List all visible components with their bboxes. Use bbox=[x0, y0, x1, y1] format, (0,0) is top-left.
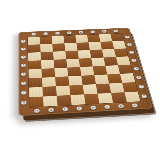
file-label-cell-bottom-d: D bbox=[86, 104, 101, 113]
file-label-disc-bottom-f: F bbox=[62, 107, 68, 111]
rank-label-cell-left-8: 8 bbox=[19, 97, 30, 108]
file-label-cell-bottom-a: A bbox=[127, 102, 143, 111]
file-label-cell-top-d: D bbox=[75, 30, 88, 36]
board-squares bbox=[28, 34, 141, 108]
rank-label-disc-right-8: 8 bbox=[141, 94, 147, 98]
file-label-disc-top-b: B bbox=[101, 30, 106, 33]
rank-label-disc-right-7: 7 bbox=[138, 85, 144, 89]
file-label-disc-bottom-d: D bbox=[90, 106, 96, 110]
file-label-disc-top-d: D bbox=[78, 31, 83, 34]
rank-labels-left: 12345678 bbox=[19, 38, 30, 109]
file-label-disc-top-h: H bbox=[31, 33, 36, 36]
rank-label-disc-right-1: 1 bbox=[125, 36, 130, 39]
file-label-disc-top-f: F bbox=[55, 32, 60, 35]
file-label-cell-bottom-f: F bbox=[58, 105, 73, 114]
rank-label-disc-right-5: 5 bbox=[134, 67, 140, 71]
rank-label-disc-left-4: 4 bbox=[21, 64, 26, 67]
rank-label-disc-left-1: 1 bbox=[21, 40, 26, 43]
rank-label-disc-left-8: 8 bbox=[21, 101, 26, 105]
chess-board: HGFEDCBA HGFEDCBA 12345678 12345678 bbox=[19, 28, 153, 116]
file-label-disc-top-e: E bbox=[67, 32, 72, 35]
rank-label-disc-right-6: 6 bbox=[136, 76, 142, 80]
file-label-cell-bottom-g: G bbox=[44, 106, 59, 115]
rank-label-disc-right-2: 2 bbox=[127, 43, 132, 46]
file-label-cell-top-a: A bbox=[109, 28, 122, 34]
rank-label-disc-left-2: 2 bbox=[21, 48, 26, 51]
rank-label-disc-left-7: 7 bbox=[21, 91, 26, 95]
board-3d-wrapper: HGFEDCBA HGFEDCBA 12345678 12345678 bbox=[19, 28, 153, 116]
file-label-cell-top-h: H bbox=[28, 31, 40, 37]
rank-label-disc-right-3: 3 bbox=[129, 51, 134, 54]
file-label-disc-bottom-a: A bbox=[131, 104, 137, 108]
rank-label-disc-left-3: 3 bbox=[21, 56, 26, 59]
file-label-disc-top-g: G bbox=[43, 33, 48, 36]
file-label-disc-top-a: A bbox=[113, 30, 118, 33]
rank-label-disc-left-5: 5 bbox=[21, 72, 26, 76]
file-label-disc-bottom-c: C bbox=[104, 105, 110, 109]
file-label-disc-bottom-e: E bbox=[76, 107, 82, 111]
file-label-cell-top-e: E bbox=[63, 30, 75, 36]
rank-label-disc-left-6: 6 bbox=[21, 81, 26, 85]
file-label-disc-bottom-g: G bbox=[48, 108, 54, 112]
file-label-cell-top-g: G bbox=[39, 31, 51, 37]
file-label-cell-bottom-e: E bbox=[72, 104, 87, 113]
rank-label-cell-right-8: 8 bbox=[138, 91, 151, 101]
file-label-disc-bottom-b: B bbox=[118, 104, 124, 108]
file-label-disc-top-c: C bbox=[90, 31, 95, 34]
file-label-disc-bottom-h: H bbox=[34, 109, 40, 113]
chessboard-photo: HGFEDCBA HGFEDCBA 12345678 12345678 bbox=[0, 0, 160, 160]
file-label-cell-top-f: F bbox=[51, 31, 63, 37]
rank-label-disc-right-4: 4 bbox=[131, 59, 137, 62]
file-label-cell-bottom-h: H bbox=[29, 107, 44, 116]
